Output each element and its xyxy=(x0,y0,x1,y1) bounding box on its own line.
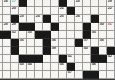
black-cell-r7c13 xyxy=(99,55,107,63)
grid-cell-r4c14[interactable] xyxy=(107,31,115,39)
black-cell-r4c5 xyxy=(35,31,43,39)
grid-cell-r1c6[interactable] xyxy=(43,7,51,15)
grid-cell-r2c3[interactable]: 23 xyxy=(19,15,27,23)
black-cell-r7c8 xyxy=(59,55,67,63)
black-cell-r7c4 xyxy=(27,55,35,63)
clue-number: 23 xyxy=(20,15,24,19)
grid-cell-r4c12[interactable]: 34 xyxy=(91,31,99,39)
clue-number: 38 xyxy=(100,39,104,43)
black-cell-r5c10 xyxy=(75,39,83,47)
grid-cell-r8c7[interactable] xyxy=(51,63,59,71)
clue-number: 44 xyxy=(28,63,32,67)
grid-cell-r5c13[interactable]: 38 xyxy=(99,39,107,47)
grid-cell-r0c13[interactable] xyxy=(99,0,107,7)
grid-cell-r9c10[interactable] xyxy=(75,71,83,79)
grid-cell-r9c9[interactable]: 47 xyxy=(67,71,75,79)
grid-cell-r6c9[interactable] xyxy=(67,47,75,55)
black-cell-r2c6 xyxy=(43,15,51,23)
grid-cell-r3c2[interactable]: 29 xyxy=(11,23,19,31)
grid-cell-r3c1[interactable]: 28 xyxy=(3,23,11,31)
clue-number: 34 xyxy=(92,31,96,35)
grid-cell-r6c8[interactable] xyxy=(59,47,67,55)
grid-cell-r5c7[interactable]: 36 xyxy=(51,39,59,47)
grid-cell-r2c9[interactable] xyxy=(67,15,75,23)
grid-cell-r2c8[interactable]: 25 xyxy=(59,15,67,23)
grid-cell-r4c8[interactable] xyxy=(59,31,67,39)
grid-cell-r8c4[interactable]: 44 xyxy=(27,63,35,71)
grid-cell-r1c12[interactable] xyxy=(91,7,99,15)
clue-number: 17 xyxy=(12,0,16,4)
grid-cell-r6c5[interactable] xyxy=(35,47,43,55)
grid-cell-r5c12[interactable] xyxy=(91,39,99,47)
grid-cell-r2c4[interactable] xyxy=(27,15,35,23)
grid-cell-r5c1[interactable] xyxy=(3,39,11,47)
grid-cell-r5c4[interactable] xyxy=(27,39,35,47)
grid-cell-r1c7[interactable] xyxy=(51,7,59,15)
grid-cell-r0c2[interactable]: 17 xyxy=(11,0,19,7)
grid-cell-r7c14[interactable]: 42 xyxy=(107,55,115,63)
clue-number: 32 xyxy=(12,31,16,35)
grid-cell-r8c5[interactable] xyxy=(35,63,43,71)
grid-cell-r1c13[interactable] xyxy=(99,7,107,15)
black-cell-r2c12 xyxy=(91,15,99,23)
grid-cell-r9c4[interactable] xyxy=(27,71,35,79)
grid-cell-r7c7[interactable] xyxy=(51,55,59,63)
grid-cell-r0c1[interactable]: 16 xyxy=(3,0,11,7)
clue-number: 40 xyxy=(84,47,88,51)
black-cell-r5c6 xyxy=(43,39,51,47)
black-cell-r7c3 xyxy=(19,55,27,63)
grid-cell-r1c11[interactable] xyxy=(83,7,91,15)
grid-cell-r0c5[interactable] xyxy=(35,0,43,7)
grid-cell-r1c1[interactable] xyxy=(3,7,11,15)
clue-number: 22 xyxy=(108,7,112,11)
black-cell-r1c9 xyxy=(67,7,75,15)
crossword-grid: 1617181920212223242526282930313233343536… xyxy=(0,0,115,80)
clue-number: 16 xyxy=(4,0,8,4)
clue-number: 35 xyxy=(20,39,24,43)
grid-cell-r8c10[interactable] xyxy=(75,63,83,71)
grid-cell-r9c1[interactable] xyxy=(3,71,11,79)
grid-cell-r3c8[interactable] xyxy=(59,23,67,31)
grid-cell-r0c11[interactable] xyxy=(83,0,91,7)
grid-cell-r6c10[interactable] xyxy=(75,47,83,55)
grid-cell-r2c7[interactable] xyxy=(51,15,59,23)
grid-cell-r7c2[interactable] xyxy=(11,55,19,63)
grid-cell-r7c6[interactable] xyxy=(43,55,51,63)
clue-number: 29 xyxy=(12,23,16,27)
grid-cell-r0c12[interactable] xyxy=(91,0,99,7)
black-cell-r8c9 xyxy=(67,63,75,71)
clue-number: 30 xyxy=(100,23,104,27)
grid-cell-r1c10[interactable] xyxy=(75,7,83,15)
grid-cell-r8c8[interactable]: 45 xyxy=(59,63,67,71)
clue-number: 39 xyxy=(52,47,56,51)
grid-cell-r8c1[interactable] xyxy=(3,63,11,71)
grid-cell-r3c14[interactable]: 31 xyxy=(107,23,115,31)
grid-cell-r7c11[interactable] xyxy=(83,55,91,63)
grid-cell-r2c1[interactable] xyxy=(3,15,11,23)
clue-number: 36 xyxy=(52,39,56,43)
grid-cell-r6c13[interactable] xyxy=(99,47,107,55)
grid-cell-r0c7[interactable] xyxy=(51,0,59,7)
grid-cell-r2c13[interactable] xyxy=(99,15,107,23)
grid-cell-r1c14[interactable]: 22 xyxy=(107,7,115,15)
grid-cell-r2c10[interactable]: 26 xyxy=(75,15,83,23)
grid-cell-r8c3[interactable]: 43 xyxy=(19,63,27,71)
grid-cell-r7c9[interactable]: 41 xyxy=(67,55,75,63)
clue-number: 28 xyxy=(4,23,8,27)
grid-cell-r6c1[interactable] xyxy=(3,47,11,55)
grid-cell-r8c12[interactable]: 46 xyxy=(91,63,99,71)
grid-cell-r0c9[interactable] xyxy=(67,0,75,7)
grid-cell-r6c3[interactable] xyxy=(19,47,27,55)
grid-cell-r9c3[interactable] xyxy=(19,71,27,79)
black-cell-r7c5 xyxy=(35,55,43,63)
crossword-scan: 1617181920212223242526282930313233343536… xyxy=(0,0,115,80)
grid-cell-r1c3[interactable] xyxy=(19,7,27,15)
clue-number: 41 xyxy=(68,55,72,59)
clue-number: 47 xyxy=(68,71,72,75)
grid-cell-r0c14[interactable]: 19 xyxy=(107,0,115,7)
black-cell-r6c2 xyxy=(11,47,19,55)
black-cell-r5c2 xyxy=(11,39,19,47)
black-cell-r0c8 xyxy=(59,0,67,7)
grid-cell-r3c6[interactable] xyxy=(43,23,51,31)
clue-number: 37 xyxy=(84,39,88,43)
clue-number: 24 xyxy=(36,15,40,19)
grid-cell-r3c13[interactable]: 30 xyxy=(99,23,107,31)
grid-cell-r5c5[interactable] xyxy=(35,39,43,47)
grid-cell-r5c3[interactable]: 35 xyxy=(19,39,27,47)
black-cell-r3c4 xyxy=(27,23,35,31)
clue-number: 25 xyxy=(60,15,64,19)
black-cell-r3c11 xyxy=(83,23,91,31)
grid-cell-r4c4[interactable]: 33 xyxy=(27,31,35,39)
grid-cell-r4c13[interactable] xyxy=(99,31,107,39)
grid-cell-r6c4[interactable] xyxy=(27,47,35,55)
black-cell-r6c6 xyxy=(43,47,51,55)
grid-cell-r3c5[interactable] xyxy=(35,23,43,31)
grid-cell-r7c1[interactable] xyxy=(3,55,11,63)
grid-cell-r5c11[interactable]: 37 xyxy=(83,39,91,47)
clue-number: 18 xyxy=(76,0,80,4)
grid-cell-r1c5[interactable] xyxy=(35,7,43,15)
grid-cell-r9c14[interactable] xyxy=(107,71,115,79)
black-cell-r4c11 xyxy=(83,31,91,39)
black-cell-r4c1 xyxy=(3,31,11,39)
grid-cell-r8c14[interactable] xyxy=(107,63,115,71)
grid-cell-r5c9[interactable] xyxy=(67,39,75,47)
grid-cell-r4c9[interactable] xyxy=(67,31,75,39)
clue-number: 33 xyxy=(28,31,32,35)
black-cell-r7c12 xyxy=(91,55,99,63)
black-cell-r2c2 xyxy=(11,15,19,23)
clue-number: 19 xyxy=(108,0,112,4)
grid-cell-r4c3[interactable] xyxy=(19,31,27,39)
clue-number: 43 xyxy=(20,63,24,67)
grid-cell-r1c2[interactable]: 20 xyxy=(11,7,19,15)
grid-cell-r0c4[interactable] xyxy=(27,0,35,7)
grid-cell-r8c2[interactable] xyxy=(11,63,19,71)
clue-number: 46 xyxy=(92,63,96,67)
clue-number: 26 xyxy=(76,15,80,19)
grid-cell-r0c6[interactable] xyxy=(43,0,51,7)
black-cell-r4c6 xyxy=(43,31,51,39)
grid-cell-r3c12[interactable] xyxy=(91,23,99,31)
grid-cell-r6c7[interactable]: 39 xyxy=(51,47,59,55)
grid-cell-r6c11[interactable]: 40 xyxy=(83,47,91,55)
black-cell-r3c3 xyxy=(19,23,27,31)
grid-cell-r9c13[interactable] xyxy=(99,71,107,79)
grid-cell-r2c11[interactable] xyxy=(83,15,91,23)
grid-cell-r9c2[interactable] xyxy=(11,71,19,79)
grid-cell-r8c13[interactable] xyxy=(99,63,107,71)
grid-cell-r9c6[interactable] xyxy=(43,71,51,79)
black-cell-r6c14 xyxy=(107,47,115,55)
grid-cell-r3c9[interactable] xyxy=(67,23,75,31)
grid-cell-r1c4[interactable] xyxy=(27,7,35,15)
black-cell-r9c12 xyxy=(91,71,99,79)
grid-cell-r0c10[interactable]: 18 xyxy=(75,0,83,7)
black-cell-r9c11 xyxy=(83,71,91,79)
grid-cell-r3c10[interactable] xyxy=(75,23,83,31)
grid-cell-r9c5[interactable] xyxy=(35,71,43,79)
grid-cell-r8c11[interactable] xyxy=(83,63,91,71)
grid-cell-r2c5[interactable]: 24 xyxy=(35,15,43,23)
grid-cell-r4c7[interactable] xyxy=(51,31,59,39)
grid-cell-r4c10[interactable] xyxy=(75,31,83,39)
black-cell-r6c12 xyxy=(91,47,99,55)
grid-cell-r1c8[interactable]: 21 xyxy=(59,7,67,15)
grid-cell-r9c8[interactable] xyxy=(59,71,67,79)
clue-number: 42 xyxy=(108,55,112,59)
grid-cell-r8c6[interactable] xyxy=(43,63,51,71)
grid-cell-r2c14[interactable] xyxy=(107,15,115,23)
grid-cell-r7c10[interactable] xyxy=(75,55,83,63)
grid-cell-r9c7[interactable] xyxy=(51,71,59,79)
clue-number: 31 xyxy=(108,23,112,27)
clue-number: 21 xyxy=(60,7,64,11)
clue-number: 20 xyxy=(12,7,16,11)
black-cell-r3c7 xyxy=(51,23,59,31)
grid-cell-r5c14[interactable] xyxy=(107,39,115,47)
grid-cell-r5c8[interactable] xyxy=(59,39,67,47)
black-cell-r0c3 xyxy=(19,0,27,7)
clue-number: 45 xyxy=(60,63,64,67)
grid-cell-r4c2[interactable]: 32 xyxy=(11,31,19,39)
